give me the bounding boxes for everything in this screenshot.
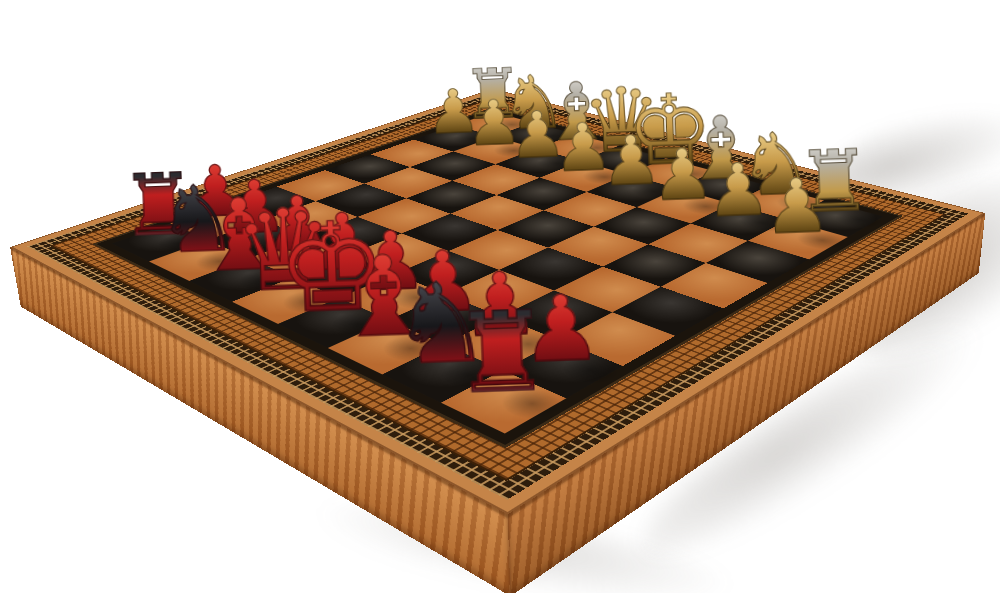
black-pawn[interactable]: ♟ — [723, 166, 870, 245]
board-outer-lip: ♜♞♝♛♚♝♞♜♟♟♟♟♟♟♟♟♟♟♟♟♟♟♟♟♜♞♝♛♚♝♞♜ — [10, 89, 985, 515]
chess-board: ♜♞♝♛♚♝♞♜♟♟♟♟♟♟♟♟♟♟♟♟♟♟♟♟♜♞♝♛♚♝♞♜ — [10, 89, 985, 515]
board-scallop-border: ♜♞♝♛♚♝♞♜♟♟♟♟♟♟♟♟♟♟♟♟♟♟♟♟♜♞♝♛♚♝♞♜ — [27, 92, 968, 499]
chess-case: ♜♞♝♛♚♝♞♜♟♟♟♟♟♟♟♟♟♟♟♟♟♟♟♟♜♞♝♛♚♝♞♜ — [10, 89, 985, 515]
board-ornament-band: ♜♞♝♛♚♝♞♜♟♟♟♟♟♟♟♟♟♟♟♟♟♟♟♟♜♞♝♛♚♝♞♜ — [50, 98, 946, 482]
square-h7[interactable]: ♟ — [748, 220, 848, 259]
square-h1[interactable]: ♜ — [441, 370, 567, 434]
white-rook[interactable]: ♜ — [409, 294, 595, 410]
product-photo-scene: ♜♞♝♛♚♝♞♜♟♟♟♟♟♟♟♟♟♟♟♟♟♟♟♟♜♞♝♛♚♝♞♜ — [0, 0, 1000, 593]
